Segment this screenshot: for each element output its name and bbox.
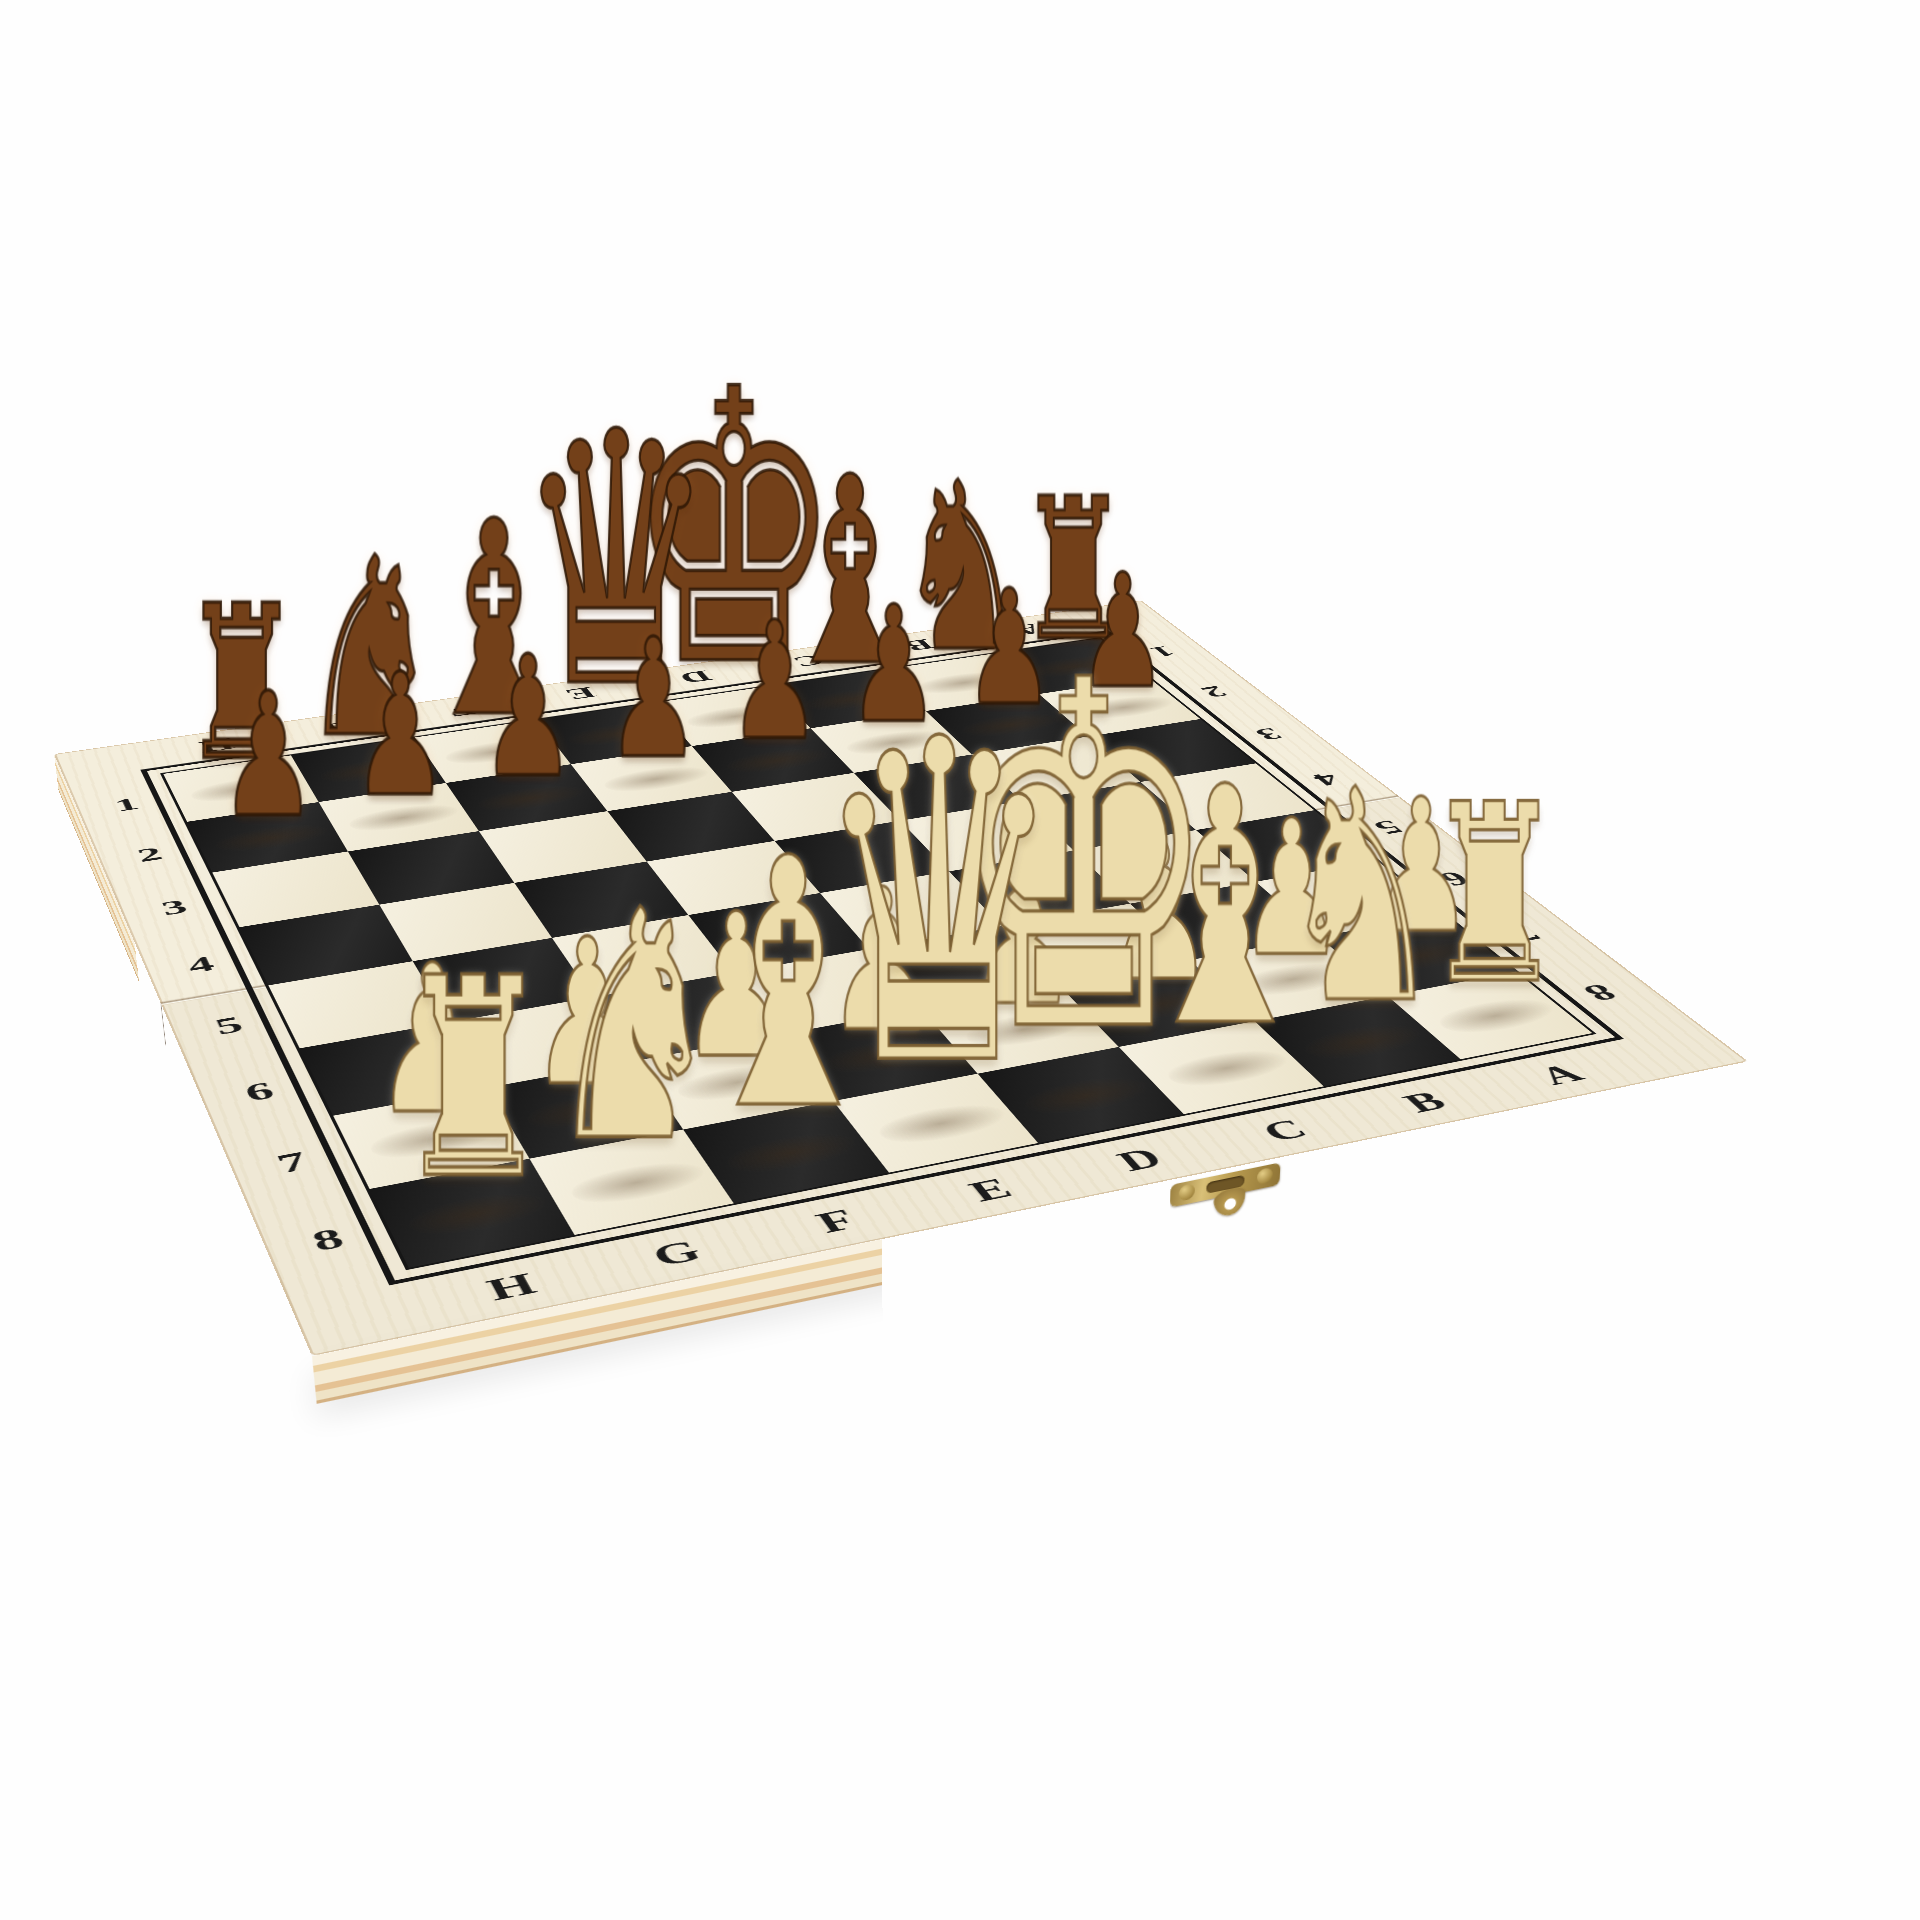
dark-pawn-glyph: ♟ (140, 669, 397, 840)
product-photo-scene: HHGGFFEEDDCCBBAA1122334455667788 ♜♞♝♛♚♝♞… (0, 0, 1920, 1920)
clasp-screw-right (1256, 1167, 1272, 1185)
clasp-slot (1206, 1175, 1244, 1194)
chess-board-3d: HHGGFFEEDDCCBBAA1122334455667788 ♜♞♝♛♚♝♞… (54, 600, 1748, 1356)
light-rook-glyph: ♜ (313, 943, 633, 1217)
clasp-hasp (1212, 1184, 1246, 1220)
clasp-screw-left (1178, 1183, 1194, 1202)
